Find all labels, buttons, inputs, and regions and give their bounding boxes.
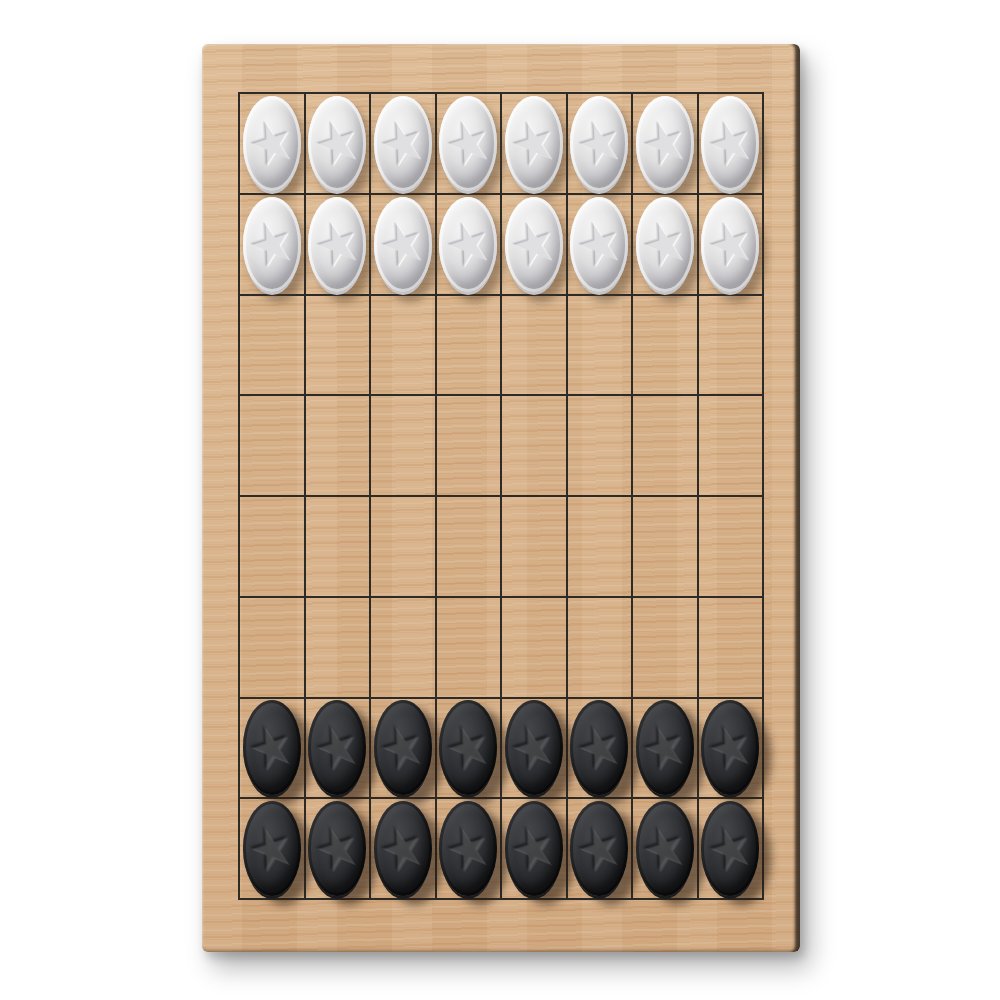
white-piece[interactable]: ★ [308, 96, 366, 191]
board-cell-r2c4[interactable]: ★ [436, 194, 502, 295]
white-piece[interactable]: ★ [701, 96, 759, 191]
board-cell-r8c2[interactable]: ★ [305, 798, 371, 899]
black-piece[interactable]: ★ [505, 700, 563, 795]
black-piece[interactable]: ★ [636, 801, 694, 896]
board-cell-r7c6[interactable]: ★ [567, 698, 633, 799]
board-cell-r5c7[interactable] [632, 496, 698, 597]
board-cell-r4c3[interactable] [370, 395, 436, 496]
black-piece[interactable]: ★ [374, 700, 432, 795]
black-piece[interactable]: ★ [308, 700, 366, 795]
board-cell-r1c6[interactable]: ★ [567, 93, 633, 194]
star-emblem-icon: ★ [241, 814, 302, 884]
star-emblem-icon: ★ [438, 814, 499, 884]
board-cell-r2c7[interactable]: ★ [632, 194, 698, 295]
board-cell-r6c8[interactable] [698, 597, 764, 698]
board-cell-r2c3[interactable]: ★ [370, 194, 436, 295]
board-cell-r3c3[interactable] [370, 295, 436, 396]
white-piece[interactable]: ★ [374, 96, 432, 191]
board-cell-r1c3[interactable]: ★ [370, 93, 436, 194]
white-piece[interactable]: ★ [439, 197, 497, 292]
board-cell-r3c6[interactable] [567, 295, 633, 396]
star-emblem-icon: ★ [569, 713, 630, 783]
board-cell-r5c1[interactable] [239, 496, 305, 597]
star-emblem-icon: ★ [503, 209, 564, 279]
white-piece[interactable]: ★ [374, 197, 432, 292]
board-cell-r4c5[interactable] [501, 395, 567, 496]
board-cell-r6c1[interactable] [239, 597, 305, 698]
star-emblem-icon: ★ [307, 108, 368, 178]
page-background: ★★★★★★★★★★★★★★★★★★★★★★★★★★★★★★★★ [0, 0, 1000, 1000]
board-cell-r4c1[interactable] [239, 395, 305, 496]
board-cell-r7c2[interactable]: ★ [305, 698, 371, 799]
board-cell-r7c8[interactable]: ★ [698, 698, 764, 799]
black-piece[interactable]: ★ [308, 801, 366, 896]
star-emblem-icon: ★ [569, 814, 630, 884]
board-cell-r2c6[interactable]: ★ [567, 194, 633, 295]
star-emblem-icon: ★ [569, 108, 630, 178]
white-piece[interactable]: ★ [636, 197, 694, 292]
board-cell-r1c1[interactable]: ★ [239, 93, 305, 194]
black-piece[interactable]: ★ [636, 700, 694, 795]
board-cell-r6c6[interactable] [567, 597, 633, 698]
star-emblem-icon: ★ [241, 209, 302, 279]
board-cell-r8c6[interactable]: ★ [567, 798, 633, 899]
board-cell-r4c7[interactable] [632, 395, 698, 496]
white-piece[interactable]: ★ [439, 96, 497, 191]
star-emblem-icon: ★ [503, 108, 564, 178]
black-piece[interactable]: ★ [505, 801, 563, 896]
board-cell-r7c5[interactable]: ★ [501, 698, 567, 799]
board-cell-r5c6[interactable] [567, 496, 633, 597]
star-emblem-icon: ★ [700, 713, 761, 783]
star-emblem-icon: ★ [503, 814, 564, 884]
black-piece[interactable]: ★ [243, 700, 301, 795]
star-emblem-icon: ★ [700, 814, 761, 884]
board-cell-r7c3[interactable]: ★ [370, 698, 436, 799]
board-cell-r5c2[interactable] [305, 496, 371, 597]
board-cell-r7c7[interactable]: ★ [632, 698, 698, 799]
board-cell-r2c5[interactable]: ★ [501, 194, 567, 295]
white-piece[interactable]: ★ [636, 96, 694, 191]
board-cell-r5c5[interactable] [501, 496, 567, 597]
star-emblem-icon: ★ [372, 108, 433, 178]
star-emblem-icon: ★ [372, 713, 433, 783]
star-emblem-icon: ★ [700, 108, 761, 178]
board-cell-r1c2[interactable]: ★ [305, 93, 371, 194]
black-piece[interactable]: ★ [570, 801, 628, 896]
white-piece[interactable]: ★ [505, 96, 563, 191]
board-cell-r1c4[interactable]: ★ [436, 93, 502, 194]
star-emblem-icon: ★ [307, 814, 368, 884]
black-piece[interactable]: ★ [243, 801, 301, 896]
star-emblem-icon: ★ [634, 713, 695, 783]
board-cell-r4c8[interactable] [698, 395, 764, 496]
white-piece[interactable]: ★ [308, 197, 366, 292]
black-piece[interactable]: ★ [439, 700, 497, 795]
board-cell-r7c1[interactable]: ★ [239, 698, 305, 799]
board-cell-r4c6[interactable] [567, 395, 633, 496]
star-emblem-icon: ★ [241, 108, 302, 178]
star-emblem-icon: ★ [634, 814, 695, 884]
board-cell-r8c4[interactable]: ★ [436, 798, 502, 899]
white-piece[interactable]: ★ [701, 197, 759, 292]
white-piece[interactable]: ★ [243, 96, 301, 191]
board-cell-r4c2[interactable] [305, 395, 371, 496]
board-cell-r6c7[interactable] [632, 597, 698, 698]
game-board: ★★★★★★★★★★★★★★★★★★★★★★★★★★★★★★★★ [202, 44, 800, 952]
star-emblem-icon: ★ [307, 209, 368, 279]
star-emblem-icon: ★ [569, 209, 630, 279]
board-cell-r5c8[interactable] [698, 496, 764, 597]
board-cell-r6c5[interactable] [501, 597, 567, 698]
board-cell-r6c3[interactable] [370, 597, 436, 698]
white-piece[interactable]: ★ [243, 197, 301, 292]
board-cell-r4c4[interactable] [436, 395, 502, 496]
star-emblem-icon: ★ [438, 713, 499, 783]
board-cell-r1c8[interactable]: ★ [698, 93, 764, 194]
board-cell-r2c2[interactable]: ★ [305, 194, 371, 295]
star-emblem-icon: ★ [241, 713, 302, 783]
white-piece[interactable]: ★ [570, 96, 628, 191]
board-cell-r3c7[interactable] [632, 295, 698, 396]
star-emblem-icon: ★ [438, 209, 499, 279]
board-cell-r3c5[interactable] [501, 295, 567, 396]
star-emblem-icon: ★ [307, 713, 368, 783]
star-emblem-icon: ★ [634, 209, 695, 279]
board-cell-r7c4[interactable]: ★ [436, 698, 502, 799]
board-cell-r3c1[interactable] [239, 295, 305, 396]
board-cell-r8c7[interactable]: ★ [632, 798, 698, 899]
board-grid: ★★★★★★★★★★★★★★★★★★★★★★★★★★★★★★★★ [238, 92, 764, 900]
black-piece[interactable]: ★ [701, 700, 759, 795]
star-emblem-icon: ★ [634, 108, 695, 178]
star-emblem-icon: ★ [372, 209, 433, 279]
black-piece[interactable]: ★ [701, 801, 759, 896]
board-cell-r1c7[interactable]: ★ [632, 93, 698, 194]
board-cell-r3c2[interactable] [305, 295, 371, 396]
board-cell-r8c3[interactable]: ★ [370, 798, 436, 899]
black-piece[interactable]: ★ [570, 700, 628, 795]
board-cell-r1c5[interactable]: ★ [501, 93, 567, 194]
board-cell-r2c8[interactable]: ★ [698, 194, 764, 295]
board-cell-r8c1[interactable]: ★ [239, 798, 305, 899]
black-piece[interactable]: ★ [374, 801, 432, 896]
white-piece[interactable]: ★ [505, 197, 563, 292]
star-emblem-icon: ★ [700, 209, 761, 279]
board-cell-r5c4[interactable] [436, 496, 502, 597]
board-cell-r6c4[interactable] [436, 597, 502, 698]
board-cell-r2c1[interactable]: ★ [239, 194, 305, 295]
black-piece[interactable]: ★ [439, 801, 497, 896]
board-cell-r3c8[interactable] [698, 295, 764, 396]
white-piece[interactable]: ★ [570, 197, 628, 292]
star-emblem-icon: ★ [372, 814, 433, 884]
board-cell-r8c8[interactable]: ★ [698, 798, 764, 899]
board-cell-r5c3[interactable] [370, 496, 436, 597]
star-emblem-icon: ★ [503, 713, 564, 783]
board-cell-r8c5[interactable]: ★ [501, 798, 567, 899]
board-cell-r6c2[interactable] [305, 597, 371, 698]
star-emblem-icon: ★ [438, 108, 499, 178]
board-cell-r3c4[interactable] [436, 295, 502, 396]
